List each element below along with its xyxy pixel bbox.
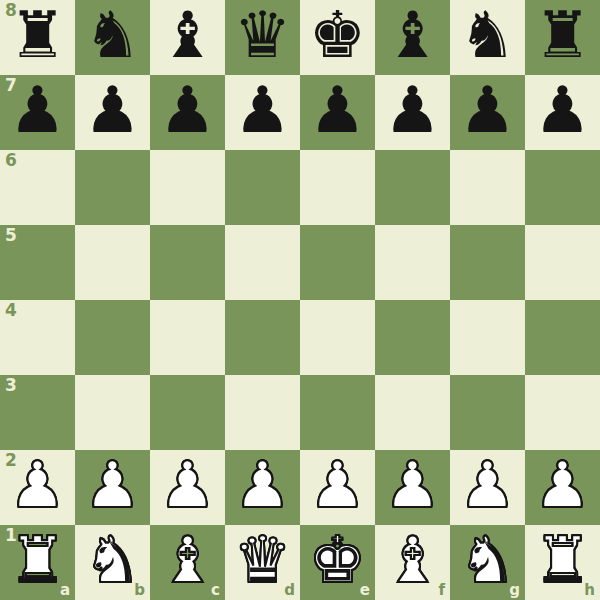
piece-white-pawn[interactable]: ♟	[534, 448, 591, 523]
square-h8[interactable]: ♜	[525, 0, 600, 75]
piece-white-pawn[interactable]: ♟	[309, 448, 366, 523]
square-e4[interactable]	[300, 300, 375, 375]
piece-white-queen[interactable]: ♛	[234, 523, 291, 598]
piece-white-rook[interactable]: ♜	[534, 523, 591, 598]
square-a4[interactable]: 4	[0, 300, 75, 375]
square-e7[interactable]: ♟	[300, 75, 375, 150]
rank-label-5: 5	[5, 227, 17, 244]
square-d2[interactable]: ♟	[225, 450, 300, 525]
square-e3[interactable]	[300, 375, 375, 450]
square-a7[interactable]: 7♟	[0, 75, 75, 150]
square-a1[interactable]: 1a♜	[0, 525, 75, 600]
square-h5[interactable]	[525, 225, 600, 300]
square-e6[interactable]	[300, 150, 375, 225]
square-c4[interactable]	[150, 300, 225, 375]
rank-label-6: 6	[5, 152, 17, 169]
square-b8[interactable]: ♞	[75, 0, 150, 75]
square-h3[interactable]	[525, 375, 600, 450]
square-g3[interactable]	[450, 375, 525, 450]
square-h6[interactable]	[525, 150, 600, 225]
square-g2[interactable]: ♟	[450, 450, 525, 525]
square-e1[interactable]: e♚	[300, 525, 375, 600]
piece-white-pawn[interactable]: ♟	[84, 448, 141, 523]
square-d4[interactable]	[225, 300, 300, 375]
square-f5[interactable]	[375, 225, 450, 300]
piece-black-bishop[interactable]: ♝	[384, 0, 441, 73]
square-e2[interactable]: ♟	[300, 450, 375, 525]
square-b2[interactable]: ♟	[75, 450, 150, 525]
square-g7[interactable]: ♟	[450, 75, 525, 150]
piece-black-rook[interactable]: ♜	[534, 0, 591, 73]
piece-black-pawn[interactable]: ♟	[234, 73, 291, 148]
piece-black-king[interactable]: ♚	[309, 0, 366, 73]
square-f6[interactable]	[375, 150, 450, 225]
square-d1[interactable]: d♛	[225, 525, 300, 600]
square-g5[interactable]	[450, 225, 525, 300]
square-f7[interactable]: ♟	[375, 75, 450, 150]
square-e5[interactable]	[300, 225, 375, 300]
piece-white-pawn[interactable]: ♟	[459, 448, 516, 523]
square-g6[interactable]	[450, 150, 525, 225]
square-a8[interactable]: 8♜	[0, 0, 75, 75]
piece-black-knight[interactable]: ♞	[84, 0, 141, 73]
square-h2[interactable]: ♟	[525, 450, 600, 525]
piece-black-pawn[interactable]: ♟	[534, 73, 591, 148]
square-b6[interactable]	[75, 150, 150, 225]
square-a2[interactable]: 2♟	[0, 450, 75, 525]
square-b1[interactable]: b♞	[75, 525, 150, 600]
square-c7[interactable]: ♟	[150, 75, 225, 150]
square-h7[interactable]: ♟	[525, 75, 600, 150]
piece-black-pawn[interactable]: ♟	[309, 73, 366, 148]
square-c8[interactable]: ♝	[150, 0, 225, 75]
square-c6[interactable]	[150, 150, 225, 225]
square-d6[interactable]	[225, 150, 300, 225]
square-g1[interactable]: g♞	[450, 525, 525, 600]
square-g8[interactable]: ♞	[450, 0, 525, 75]
piece-white-pawn[interactable]: ♟	[159, 448, 216, 523]
square-d3[interactable]	[225, 375, 300, 450]
square-b4[interactable]	[75, 300, 150, 375]
square-b7[interactable]: ♟	[75, 75, 150, 150]
piece-white-rook[interactable]: ♜	[9, 523, 66, 598]
piece-white-bishop[interactable]: ♝	[159, 523, 216, 598]
piece-black-rook[interactable]: ♜	[9, 0, 66, 73]
square-a3[interactable]: 3	[0, 375, 75, 450]
square-h4[interactable]	[525, 300, 600, 375]
square-b3[interactable]	[75, 375, 150, 450]
piece-black-bishop[interactable]: ♝	[159, 0, 216, 73]
piece-white-knight[interactable]: ♞	[459, 523, 516, 598]
piece-black-pawn[interactable]: ♟	[84, 73, 141, 148]
square-f1[interactable]: f♝	[375, 525, 450, 600]
piece-white-knight[interactable]: ♞	[84, 523, 141, 598]
square-c5[interactable]	[150, 225, 225, 300]
piece-white-bishop[interactable]: ♝	[384, 523, 441, 598]
piece-white-pawn[interactable]: ♟	[234, 448, 291, 523]
square-h1[interactable]: h♜	[525, 525, 600, 600]
square-c1[interactable]: c♝	[150, 525, 225, 600]
square-c2[interactable]: ♟	[150, 450, 225, 525]
square-f2[interactable]: ♟	[375, 450, 450, 525]
square-f3[interactable]	[375, 375, 450, 450]
piece-black-queen[interactable]: ♛	[234, 0, 291, 73]
piece-black-pawn[interactable]: ♟	[9, 73, 66, 148]
square-g4[interactable]	[450, 300, 525, 375]
piece-white-pawn[interactable]: ♟	[384, 448, 441, 523]
square-d5[interactable]	[225, 225, 300, 300]
rank-label-3: 3	[5, 377, 17, 394]
square-b5[interactable]	[75, 225, 150, 300]
piece-white-king[interactable]: ♚	[309, 523, 366, 598]
chess-board: 8♜♞♝♛♚♝♞♜7♟♟♟♟♟♟♟♟65432♟♟♟♟♟♟♟♟1a♜b♞c♝d♛…	[0, 0, 600, 600]
square-a6[interactable]: 6	[0, 150, 75, 225]
square-c3[interactable]	[150, 375, 225, 450]
rank-label-4: 4	[5, 302, 17, 319]
piece-black-pawn[interactable]: ♟	[459, 73, 516, 148]
piece-white-pawn[interactable]: ♟	[9, 448, 66, 523]
square-d7[interactable]: ♟	[225, 75, 300, 150]
square-f8[interactable]: ♝	[375, 0, 450, 75]
square-e8[interactable]: ♚	[300, 0, 375, 75]
square-f4[interactable]	[375, 300, 450, 375]
piece-black-pawn[interactable]: ♟	[159, 73, 216, 148]
piece-black-pawn[interactable]: ♟	[384, 73, 441, 148]
piece-black-knight[interactable]: ♞	[459, 0, 516, 73]
square-d8[interactable]: ♛	[225, 0, 300, 75]
square-a5[interactable]: 5	[0, 225, 75, 300]
